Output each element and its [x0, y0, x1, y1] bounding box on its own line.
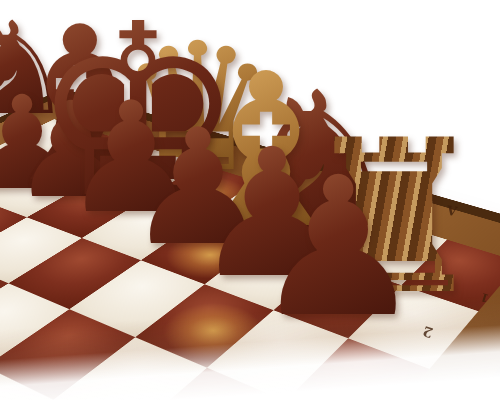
chess-set-photo: ♞♝♚♛♝♞♜♟♟♟♟♟♟ A 1 2 — [0, 0, 500, 400]
pieces-layer: ♞♝♚♛♝♞♜♟♟♟♟♟♟ — [0, 0, 500, 400]
piece-pawn-b2[interactable]: ♟ — [252, 152, 424, 344]
